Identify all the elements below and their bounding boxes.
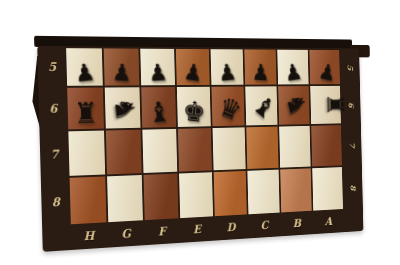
square-a6[interactable]: ♜ [310, 86, 341, 124]
file-label-g: G [108, 222, 143, 245]
file-label-f: F [145, 220, 179, 243]
square-h6[interactable]: ♜ [67, 88, 104, 130]
file-label-d: D [215, 216, 248, 238]
rank-label-right-7: 7 [342, 125, 360, 166]
square-a5[interactable]: ♟ [309, 50, 340, 84]
file-label-e: E [180, 218, 213, 241]
square-h5[interactable]: ♟ [66, 48, 103, 86]
square-c7[interactable] [246, 127, 278, 169]
piece-black-pawn-g5[interactable]: ♟ [111, 60, 132, 85]
file-label-c: C [248, 214, 280, 236]
file-label-text: B [293, 218, 301, 229]
board-corner-right [345, 210, 362, 231]
file-label-text: D [227, 222, 236, 234]
square-e7[interactable] [178, 128, 212, 172]
rank-label-right-8: 8 [343, 166, 361, 209]
square-h7[interactable] [68, 131, 105, 176]
file-label-text: F [158, 226, 166, 238]
file-label-text: G [121, 228, 131, 240]
square-h8[interactable] [70, 176, 107, 224]
square-c6[interactable]: ♝ [245, 86, 277, 125]
file-label-text: E [193, 224, 201, 236]
piece-black-pawn-h5[interactable]: ♟ [73, 60, 96, 86]
square-d5[interactable]: ♟ [211, 49, 244, 85]
square-e8[interactable] [179, 172, 213, 218]
square-d7[interactable] [213, 127, 246, 170]
piece-black-pawn-b5[interactable]: ♟ [283, 60, 303, 84]
rank-label-text: 8 [349, 185, 356, 191]
file-label-h: H [71, 224, 107, 248]
piece-black-knight-g6[interactable]: ♞ [110, 95, 139, 123]
piece-black-pawn-e5[interactable]: ♟ [183, 60, 204, 85]
square-f7[interactable] [142, 129, 177, 173]
square-f8[interactable] [144, 174, 179, 221]
board-corner-left [44, 226, 70, 249]
piece-black-rook-a6[interactable]: ♜ [323, 93, 346, 117]
rank-label-right-5: 5 [341, 50, 359, 84]
rank-label-text: 6 [49, 103, 57, 115]
piece-black-knight-b6[interactable]: ♞ [282, 90, 310, 120]
rank-label-left-6: 6 [40, 88, 66, 130]
square-b6[interactable]: ♞ [278, 86, 309, 125]
rank-label-text: 5 [48, 61, 56, 73]
square-e6[interactable]: ♚ [177, 87, 211, 127]
piece-black-queen-d6[interactable]: ♛ [215, 92, 244, 126]
file-label-text: A [325, 216, 333, 227]
square-d8[interactable] [214, 171, 247, 216]
square-f6[interactable]: ♝ [141, 87, 176, 128]
file-label-text: H [84, 230, 95, 242]
square-g8[interactable] [107, 175, 143, 222]
rank-label-text: 7 [50, 148, 58, 160]
piece-black-pawn-f5[interactable]: ♟ [147, 61, 168, 85]
file-label-b: B [281, 213, 312, 235]
rank-label-left-7: 7 [41, 131, 67, 177]
square-g7[interactable] [106, 130, 142, 175]
rank-label-left-5: 5 [39, 48, 65, 86]
file-label-text: C [260, 220, 268, 232]
piece-black-bishop-c6[interactable]: ♝ [248, 89, 279, 125]
chess-board: 5♟♟♟♟♟♟♟♟56♜♞♝♚♛♝♞♜67788HGFEDCBA [37, 46, 363, 252]
piece-black-pawn-c5[interactable]: ♟ [251, 61, 269, 84]
piece-black-rook-h6[interactable]: ♜ [73, 99, 98, 128]
board-grid: 5♟♟♟♟♟♟♟♟56♜♞♝♚♛♝♞♜67788HGFEDCBA [37, 46, 363, 252]
rank-label-text: 6 [347, 102, 354, 108]
square-b8[interactable] [280, 168, 311, 212]
piece-black-bishop-f6[interactable]: ♝ [146, 98, 172, 128]
piece-black-king-e6[interactable]: ♚ [182, 97, 206, 127]
square-b7[interactable] [279, 126, 310, 168]
piece-black-pawn-a5[interactable]: ♟ [317, 60, 337, 85]
square-a7[interactable] [311, 125, 342, 166]
rank-label-left-8: 8 [43, 178, 69, 226]
piece-black-pawn-d5[interactable]: ♟ [217, 61, 237, 85]
photo-canvas: 5♟♟♟♟♟♟♟♟56♜♞♝♚♛♝♞♜67788HGFEDCBA [0, 0, 400, 265]
square-c5[interactable]: ♟ [244, 49, 276, 84]
square-a8[interactable] [312, 167, 343, 211]
square-d6[interactable]: ♛ [211, 87, 244, 127]
rank-label-text: 7 [348, 142, 355, 148]
square-b5[interactable]: ♟ [277, 50, 308, 85]
square-c8[interactable] [247, 170, 279, 215]
rank-label-text: 8 [52, 196, 60, 208]
square-g5[interactable]: ♟ [104, 48, 140, 85]
rank-label-text: 5 [346, 64, 353, 70]
square-f5[interactable]: ♟ [140, 49, 175, 86]
square-g6[interactable]: ♞ [105, 87, 141, 128]
file-label-a: A [313, 211, 343, 233]
square-e5[interactable]: ♟ [176, 49, 210, 85]
